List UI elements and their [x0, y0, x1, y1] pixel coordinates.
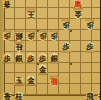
- square-4-d[interactable]: [59, 30, 70, 41]
- pawn-kanji: 歩: [27, 31, 35, 41]
- square-9-h[interactable]: [5, 73, 16, 84]
- square-5-c[interactable]: [48, 19, 59, 30]
- king-kanji: 玉: [15, 76, 23, 86]
- square-9-b[interactable]: [5, 8, 16, 19]
- square-6-e[interactable]: [37, 41, 48, 52]
- square-7-g[interactable]: [26, 63, 37, 74]
- square-6-c[interactable]: [37, 19, 48, 30]
- promoted-bishop-kanji: 馬: [74, 0, 82, 9]
- square-3-c[interactable]: [70, 19, 81, 30]
- pawn-kanji: 歩: [63, 20, 71, 30]
- lance-kanji: 香: [4, 92, 12, 100]
- square-8-g[interactable]: [15, 63, 26, 74]
- square-1-d[interactable]: [92, 30, 100, 41]
- square-6-i[interactable]: [37, 84, 48, 95]
- rook-kanji: 飛: [86, 92, 94, 100]
- shogi-app-screenshot: 香馬王金歩歩歩銀歩歩歩桂歩歩歩銀歩歩銀金玉金龍香桂飛香: [0, 0, 100, 100]
- shogi-board[interactable]: 香馬王金歩歩歩銀歩歩歩桂歩歩歩銀歩歩銀金玉金龍香桂飛香: [4, 0, 101, 96]
- square-1-g[interactable]: [92, 63, 100, 74]
- gold-kanji: 金: [39, 64, 47, 74]
- square-3-f[interactable]: [70, 52, 81, 63]
- lance-kanji: 香: [4, 0, 12, 9]
- pawn-kanji: 歩: [86, 42, 94, 52]
- king-kanji: 王: [27, 9, 35, 19]
- silver-kanji: 銀: [15, 53, 23, 63]
- silver-kanji: 銀: [15, 31, 23, 41]
- square-5-g[interactable]: [48, 63, 59, 74]
- square-6-a[interactable]: [37, 0, 48, 8]
- square-1-f[interactable]: [92, 52, 100, 63]
- square-1-b[interactable]: [92, 8, 100, 19]
- pawn-kanji: 歩: [86, 20, 94, 30]
- gold-kanji: 金: [74, 9, 82, 19]
- pawn-kanji: 歩: [39, 53, 47, 63]
- square-4-b[interactable]: [59, 8, 70, 19]
- square-4-g[interactable]: [59, 63, 70, 74]
- square-5-b[interactable]: [48, 8, 59, 19]
- square-4-f[interactable]: [59, 52, 70, 63]
- gold-kanji: 金: [27, 76, 35, 86]
- square-4-i[interactable]: [59, 84, 70, 95]
- square-9-g[interactable]: [5, 63, 16, 74]
- square-3-i[interactable]: [70, 84, 81, 95]
- square-3-e[interactable]: [70, 41, 81, 52]
- square-8-c[interactable]: [15, 19, 26, 30]
- silver-kanji: 銀: [51, 53, 59, 63]
- square-9-c[interactable]: [5, 19, 16, 30]
- square-8-a[interactable]: [15, 0, 26, 8]
- hoshi-dot: [70, 30, 72, 32]
- square-7-c[interactable]: [26, 19, 37, 30]
- pawn-kanji: 歩: [4, 31, 12, 41]
- square-7-a[interactable]: [26, 0, 37, 8]
- square-8-b[interactable]: [15, 8, 26, 19]
- square-2-d[interactable]: [81, 30, 92, 41]
- square-1-a[interactable]: [92, 0, 100, 8]
- square-3-h[interactable]: [70, 73, 81, 84]
- square-1-h[interactable]: [92, 73, 100, 84]
- square-4-a[interactable]: [59, 0, 70, 8]
- square-7-e[interactable]: [26, 41, 37, 52]
- square-5-a[interactable]: [48, 0, 59, 8]
- square-2-g[interactable]: [81, 63, 92, 74]
- pawn-kanji: 歩: [39, 31, 47, 41]
- pawn-kanji: 歩: [4, 53, 12, 63]
- pawn-kanji: 歩: [51, 31, 59, 41]
- knight-kanji: 桂: [15, 92, 23, 100]
- square-2-h[interactable]: [81, 73, 92, 84]
- square-4-h[interactable]: [59, 73, 70, 84]
- hoshi-dot: [70, 63, 72, 65]
- piece-3a-promoted-bishop[interactable]: 馬: [73, 0, 83, 10]
- square-2-f[interactable]: [81, 52, 92, 63]
- square-6-b[interactable]: [37, 8, 48, 19]
- square-9-e[interactable]: [5, 41, 16, 52]
- square-7-i[interactable]: [26, 84, 37, 95]
- pawn-kanji: 歩: [63, 42, 71, 52]
- pawn-kanji: 歩: [27, 53, 35, 63]
- square-6-h[interactable]: [37, 73, 48, 84]
- promoted-rook-kanji: 龍: [51, 76, 59, 86]
- square-5-e[interactable]: [48, 41, 59, 52]
- knight-kanji: 桂: [15, 42, 23, 52]
